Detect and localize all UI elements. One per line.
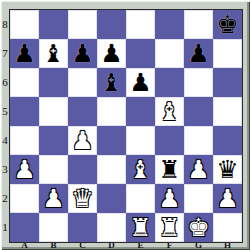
white-pawn-f2[interactable]: ♟: [158, 184, 180, 213]
square-a2[interactable]: [10, 184, 39, 213]
square-e2[interactable]: [126, 184, 155, 213]
square-d1[interactable]: [97, 213, 126, 242]
black-bishop-b7[interactable]: ♝: [42, 39, 64, 68]
square-f2[interactable]: ♟: [155, 184, 184, 213]
white-rook-f1[interactable]: ♜: [158, 213, 180, 242]
square-d8[interactable]: [97, 10, 126, 39]
square-c6[interactable]: [68, 68, 97, 97]
square-f1[interactable]: ♜: [155, 213, 184, 242]
square-d2[interactable]: [97, 184, 126, 213]
square-c7[interactable]: ♟: [68, 39, 97, 68]
square-a6[interactable]: [10, 68, 39, 97]
square-h2[interactable]: ♟: [213, 184, 242, 213]
rank-label-2: 2: [0, 184, 10, 213]
white-bishop-f5[interactable]: ♝: [158, 97, 180, 126]
square-h8[interactable]: ♚: [213, 10, 242, 39]
square-f8[interactable]: [155, 10, 184, 39]
square-c1[interactable]: [68, 213, 97, 242]
rank-label-3: 3: [0, 155, 10, 184]
square-g7[interactable]: ♟: [184, 39, 213, 68]
square-e6[interactable]: ♟: [126, 68, 155, 97]
square-a4[interactable]: [10, 126, 39, 155]
square-d7[interactable]: ♟: [97, 39, 126, 68]
square-g1[interactable]: ♚: [184, 213, 213, 242]
square-g3[interactable]: ♟: [184, 155, 213, 184]
square-b1[interactable]: [39, 213, 68, 242]
black-pawn-d7[interactable]: ♟: [100, 39, 122, 68]
square-b7[interactable]: ♝: [39, 39, 68, 68]
square-h3[interactable]: ♛: [213, 155, 242, 184]
square-b6[interactable]: [39, 68, 68, 97]
black-bishop-d6[interactable]: ♝: [100, 68, 122, 97]
square-c3[interactable]: [68, 155, 97, 184]
square-b3[interactable]: [39, 155, 68, 184]
rank-label-5: 5: [0, 97, 10, 126]
black-queen-h3[interactable]: ♛: [216, 155, 238, 184]
black-king-h8[interactable]: ♚: [216, 10, 238, 39]
square-h7[interactable]: [213, 39, 242, 68]
black-pawn-a7[interactable]: ♟: [13, 39, 35, 68]
square-a5[interactable]: [10, 97, 39, 126]
black-pawn-e6[interactable]: ♟: [129, 68, 151, 97]
square-h1[interactable]: [213, 213, 242, 242]
white-pawn-c4[interactable]: ♟: [71, 126, 93, 155]
rank-label-1: 1: [0, 213, 10, 242]
rank-label-7: 7: [0, 39, 10, 68]
square-c8[interactable]: [68, 10, 97, 39]
square-a3[interactable]: ♟: [10, 155, 39, 184]
square-b4[interactable]: [39, 126, 68, 155]
square-b2[interactable]: ♟: [39, 184, 68, 213]
square-c2[interactable]: ♛: [68, 184, 97, 213]
black-rook-f3[interactable]: ♜: [158, 155, 180, 184]
white-queen-c2[interactable]: ♛: [71, 184, 93, 213]
chess-board: ♚♟♝♟♟♟♝♟♝♟♟♝♜♟♛♟♛♟♟♜♜♚: [10, 10, 242, 242]
square-f5[interactable]: ♝: [155, 97, 184, 126]
square-e3[interactable]: ♝: [126, 155, 155, 184]
square-d3[interactable]: [97, 155, 126, 184]
square-h4[interactable]: [213, 126, 242, 155]
white-pawn-b2[interactable]: ♟: [42, 184, 64, 213]
square-g2[interactable]: [184, 184, 213, 213]
square-h5[interactable]: [213, 97, 242, 126]
square-f7[interactable]: [155, 39, 184, 68]
rank-label-6: 6: [0, 68, 10, 97]
square-g6[interactable]: [184, 68, 213, 97]
black-pawn-c7[interactable]: ♟: [71, 39, 93, 68]
square-e1[interactable]: ♜: [126, 213, 155, 242]
board-frame: 87654321 ABCDEFGH ♚♟♝♟♟♟♝♟♝♟♟♝♜♟♛♟♛♟♟♜♜♚: [0, 0, 250, 250]
square-b5[interactable]: [39, 97, 68, 126]
square-a8[interactable]: [10, 10, 39, 39]
white-bishop-e3[interactable]: ♝: [129, 155, 151, 184]
square-f6[interactable]: [155, 68, 184, 97]
square-e4[interactable]: [126, 126, 155, 155]
square-e7[interactable]: [126, 39, 155, 68]
square-g4[interactable]: [184, 126, 213, 155]
square-d4[interactable]: [97, 126, 126, 155]
square-d5[interactable]: [97, 97, 126, 126]
black-pawn-g7[interactable]: ♟: [187, 39, 209, 68]
square-a1[interactable]: [10, 213, 39, 242]
white-pawn-g3[interactable]: ♟: [187, 155, 209, 184]
white-king-g1[interactable]: ♚: [187, 213, 209, 242]
rank-label-8: 8: [0, 10, 10, 39]
square-g8[interactable]: [184, 10, 213, 39]
square-c4[interactable]: ♟: [68, 126, 97, 155]
square-h6[interactable]: [213, 68, 242, 97]
white-rook-e1[interactable]: ♜: [129, 213, 151, 242]
square-d6[interactable]: ♝: [97, 68, 126, 97]
square-f4[interactable]: [155, 126, 184, 155]
square-g5[interactable]: [184, 97, 213, 126]
square-a7[interactable]: ♟: [10, 39, 39, 68]
square-c5[interactable]: [68, 97, 97, 126]
square-e8[interactable]: [126, 10, 155, 39]
square-f3[interactable]: ♜: [155, 155, 184, 184]
square-b8[interactable]: [39, 10, 68, 39]
rank-label-4: 4: [0, 126, 10, 155]
square-e5[interactable]: [126, 97, 155, 126]
white-pawn-a3[interactable]: ♟: [13, 155, 35, 184]
white-pawn-h2[interactable]: ♟: [216, 184, 238, 213]
